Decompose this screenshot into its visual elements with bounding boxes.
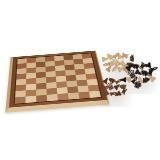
chess-board xyxy=(5,51,109,113)
product-photo-stage: ♟♞♝♟♜♞♝♛♟♜♞♟♝♟♚ ♟♞♜♟♝♛♟♞♜♟♝♟♞♟♚ ♟♞♝♟♜♛♟♞… xyxy=(0,0,160,160)
light-square xyxy=(47,94,58,101)
dark-square xyxy=(57,93,68,100)
dark-square xyxy=(36,95,47,102)
pile-brown-pieces: ♟♞♝♟♜♛♟♞♟♝♟♜ xyxy=(99,76,131,102)
dark-square xyxy=(15,97,26,104)
board-grid xyxy=(14,53,103,105)
light-square xyxy=(25,96,36,103)
